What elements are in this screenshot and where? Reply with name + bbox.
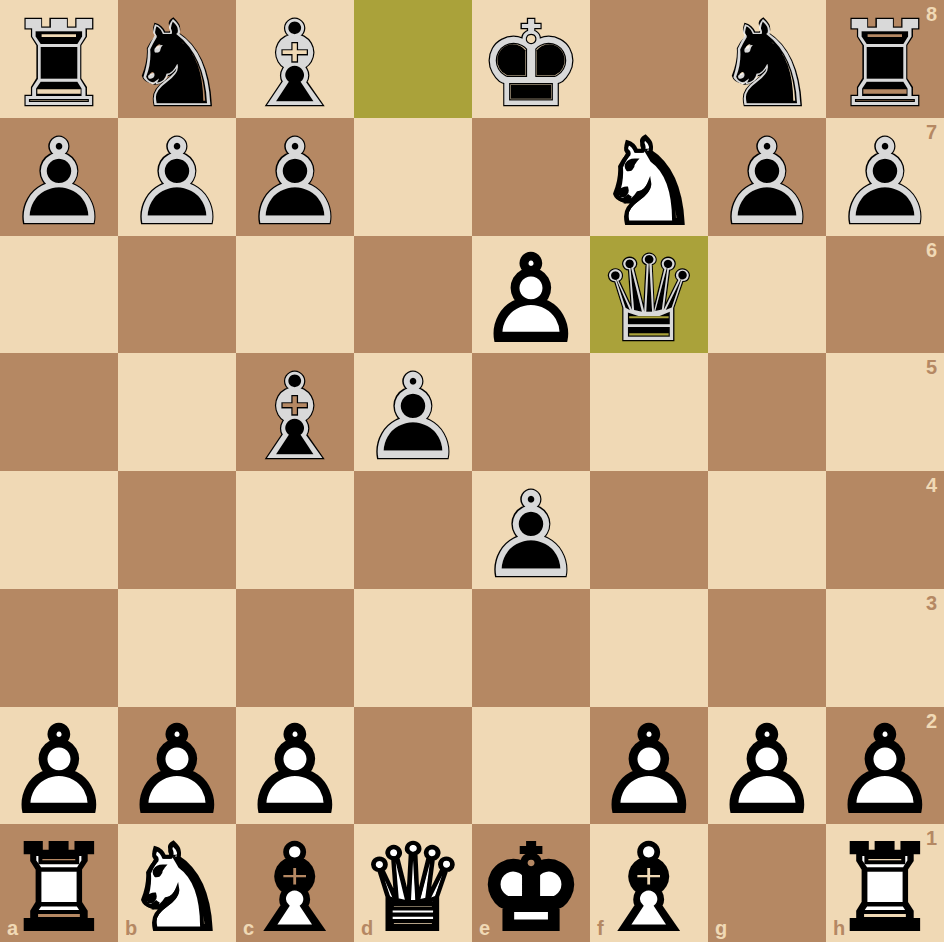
square-g5[interactable] <box>708 353 826 471</box>
piece-white-pawn[interactable]: ♟♙ <box>236 707 354 825</box>
square-e8[interactable]: ♚♔ <box>472 0 590 118</box>
black-pawn-detail-icon: ♙ <box>118 123 236 241</box>
square-d4[interactable] <box>354 471 472 589</box>
black-pawn-detail-icon: ♙ <box>826 123 944 241</box>
piece-white-pawn[interactable]: ♟♙ <box>708 707 826 825</box>
black-pawn-detail-icon: ♙ <box>0 123 118 241</box>
white-queen-detail-icon: ♕ <box>354 829 472 942</box>
square-h6[interactable]: 6 <box>826 236 944 354</box>
white-pawn-detail-icon: ♙ <box>0 712 118 830</box>
black-king-detail-icon: ♔ <box>472 5 590 123</box>
black-pawn-detail-icon: ♙ <box>236 123 354 241</box>
piece-black-king[interactable]: ♚♔ <box>472 0 590 118</box>
square-a1[interactable]: ♜♖a <box>0 824 118 942</box>
square-c2[interactable]: ♟♙ <box>236 707 354 825</box>
piece-black-bishop[interactable]: ♝♗ <box>236 353 354 471</box>
square-d1[interactable]: ♛♕d <box>354 824 472 942</box>
square-e1[interactable]: ♚♔e <box>472 824 590 942</box>
piece-black-bishop[interactable]: ♝♗ <box>236 0 354 118</box>
square-g1[interactable]: g <box>708 824 826 942</box>
square-a7[interactable]: ♟♙ <box>0 118 118 236</box>
square-d3[interactable] <box>354 589 472 707</box>
square-h2[interactable]: ♟♙2 <box>826 707 944 825</box>
square-d5[interactable]: ♟♙ <box>354 353 472 471</box>
square-c4[interactable] <box>236 471 354 589</box>
square-f8[interactable] <box>590 0 708 118</box>
square-e3[interactable] <box>472 589 590 707</box>
square-g6[interactable] <box>708 236 826 354</box>
square-a5[interactable] <box>0 353 118 471</box>
square-h4[interactable]: 4 <box>826 471 944 589</box>
white-rook-detail-icon: ♖ <box>0 829 118 942</box>
square-a8[interactable]: ♜♖ <box>0 0 118 118</box>
black-bishop-detail-icon: ♗ <box>236 358 354 476</box>
white-pawn-detail-icon: ♙ <box>708 712 826 830</box>
square-b5[interactable] <box>118 353 236 471</box>
black-knight-detail-icon: ♘ <box>708 5 826 123</box>
piece-white-bishop[interactable]: ♝♗ <box>236 824 354 942</box>
piece-white-knight[interactable]: ♞♘ <box>118 824 236 942</box>
white-pawn-detail-icon: ♙ <box>472 241 590 359</box>
square-h5[interactable]: 5 <box>826 353 944 471</box>
square-e2[interactable] <box>472 707 590 825</box>
square-g7[interactable]: ♟♙ <box>708 118 826 236</box>
square-f5[interactable] <box>590 353 708 471</box>
piece-white-pawn[interactable]: ♟♙ <box>118 707 236 825</box>
square-f2[interactable]: ♟♙ <box>590 707 708 825</box>
square-e6[interactable]: ♟♙ <box>472 236 590 354</box>
rank-label-5: 5 <box>926 356 937 379</box>
square-f7[interactable]: ♞♘ <box>590 118 708 236</box>
square-d7[interactable] <box>354 118 472 236</box>
piece-white-rook[interactable]: ♜♖ <box>826 824 944 942</box>
square-h3[interactable]: 3 <box>826 589 944 707</box>
white-bishop-detail-icon: ♗ <box>236 829 354 942</box>
piece-black-queen[interactable]: ♛♕ <box>590 236 708 354</box>
square-b6[interactable] <box>118 236 236 354</box>
square-e4[interactable]: ♟♙ <box>472 471 590 589</box>
square-e5[interactable] <box>472 353 590 471</box>
black-rook-detail-icon: ♖ <box>826 5 944 123</box>
white-pawn-detail-icon: ♙ <box>826 712 944 830</box>
square-f4[interactable] <box>590 471 708 589</box>
piece-black-knight[interactable]: ♞♘ <box>118 0 236 118</box>
white-knight-detail-icon: ♘ <box>118 829 236 942</box>
square-d8[interactable] <box>354 0 472 118</box>
black-pawn-detail-icon: ♙ <box>472 476 590 594</box>
square-g8[interactable]: ♞♘ <box>708 0 826 118</box>
piece-black-rook[interactable]: ♜♖ <box>0 0 118 118</box>
chess-board: ♜♖♞♘♝♗♚♔♞♘♜♖8♟♙♟♙♟♙♞♘♟♙♟♙7♟♙♛♕6♝♗♟♙5♟♙43… <box>0 0 944 942</box>
black-rook-detail-icon: ♖ <box>0 5 118 123</box>
black-pawn-detail-icon: ♙ <box>708 123 826 241</box>
white-pawn-detail-icon: ♙ <box>118 712 236 830</box>
square-a4[interactable] <box>0 471 118 589</box>
square-h8[interactable]: ♜♖8 <box>826 0 944 118</box>
piece-white-knight[interactable]: ♞♘ <box>590 118 708 236</box>
piece-black-pawn[interactable]: ♟♙ <box>236 118 354 236</box>
piece-black-rook[interactable]: ♜♖ <box>826 0 944 118</box>
white-pawn-detail-icon: ♙ <box>236 712 354 830</box>
square-b3[interactable] <box>118 589 236 707</box>
white-king-detail-icon: ♔ <box>472 829 590 942</box>
square-b4[interactable] <box>118 471 236 589</box>
piece-white-bishop[interactable]: ♝♗ <box>590 824 708 942</box>
piece-black-pawn[interactable]: ♟♙ <box>826 118 944 236</box>
piece-black-pawn[interactable]: ♟♙ <box>472 471 590 589</box>
square-f1[interactable]: ♝♗f <box>590 824 708 942</box>
square-d6[interactable] <box>354 236 472 354</box>
square-c5[interactable]: ♝♗ <box>236 353 354 471</box>
square-b1[interactable]: ♞♘b <box>118 824 236 942</box>
white-bishop-detail-icon: ♗ <box>590 829 708 942</box>
piece-white-pawn[interactable]: ♟♙ <box>472 236 590 354</box>
file-label-g: g <box>715 917 727 940</box>
rank-label-3: 3 <box>926 592 937 615</box>
square-c8[interactable]: ♝♗ <box>236 0 354 118</box>
black-queen-detail-icon: ♕ <box>590 241 708 359</box>
piece-white-king[interactable]: ♚♔ <box>472 824 590 942</box>
square-f3[interactable] <box>590 589 708 707</box>
piece-black-pawn[interactable]: ♟♙ <box>708 118 826 236</box>
square-f6[interactable]: ♛♕ <box>590 236 708 354</box>
square-d2[interactable] <box>354 707 472 825</box>
piece-white-pawn[interactable]: ♟♙ <box>826 707 944 825</box>
piece-black-pawn[interactable]: ♟♙ <box>354 353 472 471</box>
square-a3[interactable] <box>0 589 118 707</box>
square-g2[interactable]: ♟♙ <box>708 707 826 825</box>
piece-white-pawn[interactable]: ♟♙ <box>590 707 708 825</box>
square-b2[interactable]: ♟♙ <box>118 707 236 825</box>
piece-black-pawn[interactable]: ♟♙ <box>118 118 236 236</box>
white-knight-detail-icon: ♘ <box>590 123 708 241</box>
black-bishop-detail-icon: ♗ <box>236 5 354 123</box>
piece-white-pawn[interactable]: ♟♙ <box>0 707 118 825</box>
square-c7[interactable]: ♟♙ <box>236 118 354 236</box>
piece-black-knight[interactable]: ♞♘ <box>708 0 826 118</box>
square-c3[interactable] <box>236 589 354 707</box>
piece-black-pawn[interactable]: ♟♙ <box>0 118 118 236</box>
square-a2[interactable]: ♟♙ <box>0 707 118 825</box>
square-c1[interactable]: ♝♗c <box>236 824 354 942</box>
square-c6[interactable] <box>236 236 354 354</box>
square-h1[interactable]: ♜♖1h <box>826 824 944 942</box>
square-b8[interactable]: ♞♘ <box>118 0 236 118</box>
white-rook-detail-icon: ♖ <box>826 829 944 942</box>
square-g4[interactable] <box>708 471 826 589</box>
white-pawn-detail-icon: ♙ <box>590 712 708 830</box>
square-a6[interactable] <box>0 236 118 354</box>
square-h7[interactable]: ♟♙7 <box>826 118 944 236</box>
piece-white-rook[interactable]: ♜♖ <box>0 824 118 942</box>
square-g3[interactable] <box>708 589 826 707</box>
black-pawn-detail-icon: ♙ <box>354 358 472 476</box>
square-b7[interactable]: ♟♙ <box>118 118 236 236</box>
square-e7[interactable] <box>472 118 590 236</box>
rank-label-4: 4 <box>926 474 937 497</box>
piece-white-queen[interactable]: ♛♕ <box>354 824 472 942</box>
black-knight-detail-icon: ♘ <box>118 5 236 123</box>
